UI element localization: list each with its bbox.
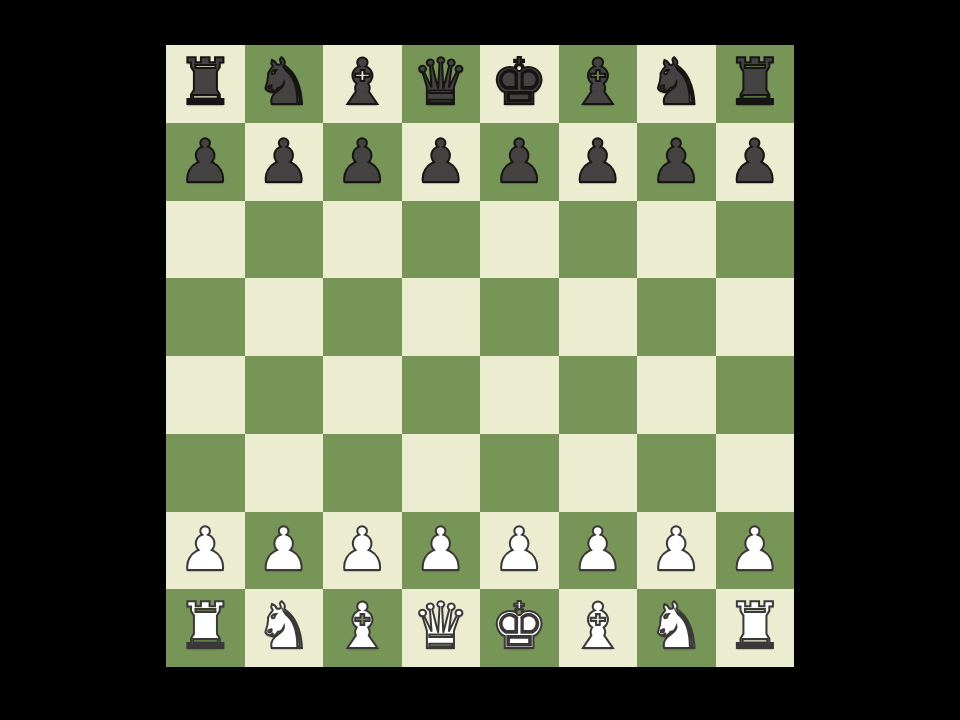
square-f7[interactable]: ♟ bbox=[559, 123, 638, 201]
square-d3[interactable] bbox=[402, 434, 481, 512]
square-g3[interactable] bbox=[637, 434, 716, 512]
white-pawn[interactable]: ♟ bbox=[728, 519, 782, 579]
square-h3[interactable] bbox=[716, 434, 795, 512]
square-f2[interactable]: ♟ bbox=[559, 512, 638, 590]
white-pawn[interactable]: ♟ bbox=[178, 519, 232, 579]
square-a2[interactable]: ♟ bbox=[166, 512, 245, 590]
square-a1[interactable]: ♜ bbox=[166, 589, 245, 667]
black-knight[interactable]: ♞ bbox=[648, 50, 705, 114]
black-pawn[interactable]: ♟ bbox=[257, 131, 311, 191]
square-f4[interactable] bbox=[559, 356, 638, 434]
white-knight[interactable]: ♞ bbox=[255, 594, 312, 658]
square-h2[interactable]: ♟ bbox=[716, 512, 795, 590]
square-d5[interactable] bbox=[402, 278, 481, 356]
square-d1[interactable]: ♛ bbox=[402, 589, 481, 667]
square-d7[interactable]: ♟ bbox=[402, 123, 481, 201]
square-g1[interactable]: ♞ bbox=[637, 589, 716, 667]
square-h1[interactable]: ♜ bbox=[716, 589, 795, 667]
square-h7[interactable]: ♟ bbox=[716, 123, 795, 201]
square-e5[interactable] bbox=[480, 278, 559, 356]
white-pawn[interactable]: ♟ bbox=[414, 519, 468, 579]
square-c8[interactable]: ♝ bbox=[323, 45, 402, 123]
black-pawn[interactable]: ♟ bbox=[728, 131, 782, 191]
black-pawn[interactable]: ♟ bbox=[571, 131, 625, 191]
white-knight[interactable]: ♞ bbox=[648, 594, 705, 658]
square-c1[interactable]: ♝ bbox=[323, 589, 402, 667]
square-b5[interactable] bbox=[245, 278, 324, 356]
black-king[interactable]: ♚ bbox=[491, 50, 548, 114]
white-bishop[interactable]: ♝ bbox=[569, 594, 626, 658]
square-h4[interactable] bbox=[716, 356, 795, 434]
white-pawn[interactable]: ♟ bbox=[335, 519, 389, 579]
square-d2[interactable]: ♟ bbox=[402, 512, 481, 590]
square-f8[interactable]: ♝ bbox=[559, 45, 638, 123]
white-pawn[interactable]: ♟ bbox=[492, 519, 546, 579]
white-pawn[interactable]: ♟ bbox=[649, 519, 703, 579]
square-e2[interactable]: ♟ bbox=[480, 512, 559, 590]
square-e8[interactable]: ♚ bbox=[480, 45, 559, 123]
black-pawn[interactable]: ♟ bbox=[492, 131, 546, 191]
square-g5[interactable] bbox=[637, 278, 716, 356]
square-f3[interactable] bbox=[559, 434, 638, 512]
square-d6[interactable] bbox=[402, 201, 481, 279]
square-g2[interactable]: ♟ bbox=[637, 512, 716, 590]
square-e3[interactable] bbox=[480, 434, 559, 512]
black-pawn[interactable]: ♟ bbox=[649, 131, 703, 191]
square-h6[interactable] bbox=[716, 201, 795, 279]
black-bishop[interactable]: ♝ bbox=[334, 50, 391, 114]
square-f5[interactable] bbox=[559, 278, 638, 356]
square-d8[interactable]: ♛ bbox=[402, 45, 481, 123]
square-b2[interactable]: ♟ bbox=[245, 512, 324, 590]
square-g4[interactable] bbox=[637, 356, 716, 434]
square-b8[interactable]: ♞ bbox=[245, 45, 324, 123]
square-a6[interactable] bbox=[166, 201, 245, 279]
square-h8[interactable]: ♜ bbox=[716, 45, 795, 123]
square-d4[interactable] bbox=[402, 356, 481, 434]
square-c5[interactable] bbox=[323, 278, 402, 356]
black-knight[interactable]: ♞ bbox=[255, 50, 312, 114]
square-c6[interactable] bbox=[323, 201, 402, 279]
black-pawn[interactable]: ♟ bbox=[335, 131, 389, 191]
square-e1[interactable]: ♚ bbox=[480, 589, 559, 667]
white-rook[interactable]: ♜ bbox=[177, 594, 234, 658]
white-bishop[interactable]: ♝ bbox=[334, 594, 391, 658]
white-king[interactable]: ♚ bbox=[491, 594, 548, 658]
square-a4[interactable] bbox=[166, 356, 245, 434]
square-h5[interactable] bbox=[716, 278, 795, 356]
black-queen[interactable]: ♛ bbox=[412, 50, 469, 114]
black-pawn[interactable]: ♟ bbox=[414, 131, 468, 191]
black-pawn[interactable]: ♟ bbox=[178, 131, 232, 191]
white-pawn[interactable]: ♟ bbox=[257, 519, 311, 579]
square-c4[interactable] bbox=[323, 356, 402, 434]
black-rook[interactable]: ♜ bbox=[177, 50, 234, 114]
white-queen[interactable]: ♛ bbox=[412, 594, 469, 658]
square-f6[interactable] bbox=[559, 201, 638, 279]
square-f1[interactable]: ♝ bbox=[559, 589, 638, 667]
square-b1[interactable]: ♞ bbox=[245, 589, 324, 667]
square-g7[interactable]: ♟ bbox=[637, 123, 716, 201]
square-e6[interactable] bbox=[480, 201, 559, 279]
square-a8[interactable]: ♜ bbox=[166, 45, 245, 123]
square-c2[interactable]: ♟ bbox=[323, 512, 402, 590]
white-rook[interactable]: ♜ bbox=[726, 594, 783, 658]
app-background: ♜♞♝♛♚♝♞♜♟♟♟♟♟♟♟♟♟♟♟♟♟♟♟♟♜♞♝♛♚♝♞♜ bbox=[0, 0, 960, 720]
square-a3[interactable] bbox=[166, 434, 245, 512]
white-pawn[interactable]: ♟ bbox=[571, 519, 625, 579]
square-e4[interactable] bbox=[480, 356, 559, 434]
square-g6[interactable] bbox=[637, 201, 716, 279]
square-c3[interactable] bbox=[323, 434, 402, 512]
square-b7[interactable]: ♟ bbox=[245, 123, 324, 201]
square-a7[interactable]: ♟ bbox=[166, 123, 245, 201]
chess-board: ♜♞♝♛♚♝♞♜♟♟♟♟♟♟♟♟♟♟♟♟♟♟♟♟♜♞♝♛♚♝♞♜ bbox=[166, 45, 794, 667]
square-e7[interactable]: ♟ bbox=[480, 123, 559, 201]
square-c7[interactable]: ♟ bbox=[323, 123, 402, 201]
square-b4[interactable] bbox=[245, 356, 324, 434]
black-bishop[interactable]: ♝ bbox=[569, 50, 626, 114]
square-b6[interactable] bbox=[245, 201, 324, 279]
square-b3[interactable] bbox=[245, 434, 324, 512]
square-a5[interactable] bbox=[166, 278, 245, 356]
square-g8[interactable]: ♞ bbox=[637, 45, 716, 123]
black-rook[interactable]: ♜ bbox=[726, 50, 783, 114]
